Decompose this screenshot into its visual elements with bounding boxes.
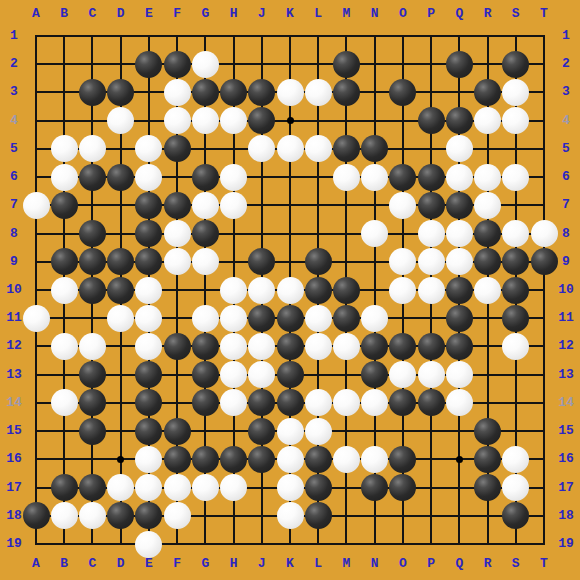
stone-black-D9[interactable] bbox=[107, 248, 134, 275]
stone-white-K18[interactable] bbox=[277, 502, 304, 529]
stone-white-J12[interactable] bbox=[248, 333, 275, 360]
row-label-left-5: 5 bbox=[1, 141, 27, 157]
stone-white-L5[interactable] bbox=[305, 135, 332, 162]
stone-black-L16[interactable] bbox=[305, 446, 332, 473]
stone-black-J15[interactable] bbox=[248, 418, 275, 445]
stone-white-E12[interactable] bbox=[135, 333, 162, 360]
stone-white-P8[interactable] bbox=[418, 220, 445, 247]
row-label-right-16: 16 bbox=[553, 451, 579, 467]
column-label-top-G: G bbox=[192, 6, 218, 22]
stone-white-F8[interactable] bbox=[164, 220, 191, 247]
stone-black-M2[interactable] bbox=[333, 51, 360, 78]
star-point-K4 bbox=[287, 117, 294, 124]
column-label-bottom-J: J bbox=[249, 556, 275, 572]
column-label-top-C: C bbox=[79, 6, 105, 22]
column-label-bottom-G: G bbox=[192, 556, 218, 572]
stone-black-Q11[interactable] bbox=[446, 305, 473, 332]
stone-white-G2[interactable] bbox=[192, 51, 219, 78]
stone-white-L14[interactable] bbox=[305, 389, 332, 416]
stone-black-E8[interactable] bbox=[135, 220, 162, 247]
stone-black-O6[interactable] bbox=[389, 164, 416, 191]
stone-white-F18[interactable] bbox=[164, 502, 191, 529]
column-label-bottom-O: O bbox=[390, 556, 416, 572]
stone-white-B5[interactable] bbox=[51, 135, 78, 162]
stone-black-J11[interactable] bbox=[248, 305, 275, 332]
stone-black-F5[interactable] bbox=[164, 135, 191, 162]
stone-white-M6[interactable] bbox=[333, 164, 360, 191]
star-point-D16 bbox=[117, 456, 124, 463]
stone-black-L17[interactable] bbox=[305, 474, 332, 501]
stone-black-P4[interactable] bbox=[418, 107, 445, 134]
stone-black-C17[interactable] bbox=[79, 474, 106, 501]
stone-black-B9[interactable] bbox=[51, 248, 78, 275]
stone-white-L12[interactable] bbox=[305, 333, 332, 360]
stone-black-E9[interactable] bbox=[135, 248, 162, 275]
row-label-left-14: 14 bbox=[1, 395, 27, 411]
stone-black-P7[interactable] bbox=[418, 192, 445, 219]
row-label-right-13: 13 bbox=[553, 367, 579, 383]
row-label-right-1: 1 bbox=[553, 28, 579, 44]
stone-black-N12[interactable] bbox=[361, 333, 388, 360]
stone-black-S11[interactable] bbox=[502, 305, 529, 332]
stone-black-N17[interactable] bbox=[361, 474, 388, 501]
row-label-right-12: 12 bbox=[553, 338, 579, 354]
stone-black-M10[interactable] bbox=[333, 277, 360, 304]
stone-black-B7[interactable] bbox=[51, 192, 78, 219]
stone-white-H4[interactable] bbox=[220, 107, 247, 134]
stone-white-Q6[interactable] bbox=[446, 164, 473, 191]
stone-white-H14[interactable] bbox=[220, 389, 247, 416]
row-label-right-10: 10 bbox=[553, 282, 579, 298]
stone-white-B14[interactable] bbox=[51, 389, 78, 416]
row-label-left-15: 15 bbox=[1, 423, 27, 439]
stone-black-G13[interactable] bbox=[192, 361, 219, 388]
column-label-top-R: R bbox=[475, 6, 501, 22]
column-label-bottom-B: B bbox=[51, 556, 77, 572]
row-label-left-13: 13 bbox=[1, 367, 27, 383]
stone-black-P6[interactable] bbox=[418, 164, 445, 191]
stone-black-G12[interactable] bbox=[192, 333, 219, 360]
column-label-top-F: F bbox=[164, 6, 190, 22]
stone-black-S18[interactable] bbox=[502, 502, 529, 529]
row-label-left-4: 4 bbox=[1, 113, 27, 129]
stone-white-D4[interactable] bbox=[107, 107, 134, 134]
stone-white-O7[interactable] bbox=[389, 192, 416, 219]
stone-black-C9[interactable] bbox=[79, 248, 106, 275]
stone-black-Q7[interactable] bbox=[446, 192, 473, 219]
stone-white-O10[interactable] bbox=[389, 277, 416, 304]
stone-black-S10[interactable] bbox=[502, 277, 529, 304]
stone-black-R17[interactable] bbox=[474, 474, 501, 501]
stone-white-S17[interactable] bbox=[502, 474, 529, 501]
stone-black-J4[interactable] bbox=[248, 107, 275, 134]
column-label-bottom-T: T bbox=[531, 556, 557, 572]
stone-white-H7[interactable] bbox=[220, 192, 247, 219]
row-label-left-17: 17 bbox=[1, 480, 27, 496]
row-label-left-16: 16 bbox=[1, 451, 27, 467]
column-label-bottom-Q: Q bbox=[446, 556, 472, 572]
stone-white-N14[interactable] bbox=[361, 389, 388, 416]
stone-white-C12[interactable] bbox=[79, 333, 106, 360]
stone-black-N13[interactable] bbox=[361, 361, 388, 388]
stone-white-G11[interactable] bbox=[192, 305, 219, 332]
stone-black-Q2[interactable] bbox=[446, 51, 473, 78]
stone-black-Q10[interactable] bbox=[446, 277, 473, 304]
row-label-right-14: 14 bbox=[553, 395, 579, 411]
row-label-right-2: 2 bbox=[553, 56, 579, 72]
stone-black-F12[interactable] bbox=[164, 333, 191, 360]
row-label-right-6: 6 bbox=[553, 169, 579, 185]
row-label-right-7: 7 bbox=[553, 197, 579, 213]
stone-white-Q9[interactable] bbox=[446, 248, 473, 275]
stone-black-K14[interactable] bbox=[277, 389, 304, 416]
column-label-top-E: E bbox=[136, 6, 162, 22]
column-label-top-P: P bbox=[418, 6, 444, 22]
row-label-right-11: 11 bbox=[553, 310, 579, 326]
stone-black-S9[interactable] bbox=[502, 248, 529, 275]
column-label-bottom-L: L bbox=[305, 556, 331, 572]
stone-black-J16[interactable] bbox=[248, 446, 275, 473]
stone-black-E7[interactable] bbox=[135, 192, 162, 219]
stone-white-G7[interactable] bbox=[192, 192, 219, 219]
column-label-top-A: A bbox=[23, 6, 49, 22]
column-label-top-T: T bbox=[531, 6, 557, 22]
stone-black-M11[interactable] bbox=[333, 305, 360, 332]
row-label-left-1: 1 bbox=[1, 28, 27, 44]
stone-black-C10[interactable] bbox=[79, 277, 106, 304]
stone-black-O17[interactable] bbox=[389, 474, 416, 501]
stone-black-E2[interactable] bbox=[135, 51, 162, 78]
stone-white-A11[interactable] bbox=[23, 305, 50, 332]
stone-white-R4[interactable] bbox=[474, 107, 501, 134]
stone-black-C13[interactable] bbox=[79, 361, 106, 388]
stone-black-E18[interactable] bbox=[135, 502, 162, 529]
stone-white-Q14[interactable] bbox=[446, 389, 473, 416]
stone-white-T8[interactable] bbox=[531, 220, 558, 247]
stone-black-N5[interactable] bbox=[361, 135, 388, 162]
stone-white-K16[interactable] bbox=[277, 446, 304, 473]
stone-black-M3[interactable] bbox=[333, 79, 360, 106]
stone-white-K15[interactable] bbox=[277, 418, 304, 445]
stone-white-E6[interactable] bbox=[135, 164, 162, 191]
column-label-top-J: J bbox=[249, 6, 275, 22]
stone-white-P9[interactable] bbox=[418, 248, 445, 275]
column-label-bottom-P: P bbox=[418, 556, 444, 572]
stone-black-K12[interactable] bbox=[277, 333, 304, 360]
stone-white-K10[interactable] bbox=[277, 277, 304, 304]
stone-white-S12[interactable] bbox=[502, 333, 529, 360]
stone-black-O14[interactable] bbox=[389, 389, 416, 416]
stone-black-Q4[interactable] bbox=[446, 107, 473, 134]
stone-white-D17[interactable] bbox=[107, 474, 134, 501]
column-label-bottom-R: R bbox=[475, 556, 501, 572]
stone-white-B10[interactable] bbox=[51, 277, 78, 304]
stone-black-J9[interactable] bbox=[248, 248, 275, 275]
row-label-left-12: 12 bbox=[1, 338, 27, 354]
stone-white-C5[interactable] bbox=[79, 135, 106, 162]
stone-white-S3[interactable] bbox=[502, 79, 529, 106]
stone-black-F16[interactable] bbox=[164, 446, 191, 473]
stone-black-O16[interactable] bbox=[389, 446, 416, 473]
stone-white-E17[interactable] bbox=[135, 474, 162, 501]
stone-black-K11[interactable] bbox=[277, 305, 304, 332]
row-label-right-19: 19 bbox=[553, 536, 579, 552]
stone-white-M12[interactable] bbox=[333, 333, 360, 360]
row-label-right-17: 17 bbox=[553, 480, 579, 496]
stone-white-L3[interactable] bbox=[305, 79, 332, 106]
stone-white-F17[interactable] bbox=[164, 474, 191, 501]
stone-white-M14[interactable] bbox=[333, 389, 360, 416]
stone-white-A7[interactable] bbox=[23, 192, 50, 219]
row-label-left-9: 9 bbox=[1, 254, 27, 270]
stone-white-Q13[interactable] bbox=[446, 361, 473, 388]
row-label-left-6: 6 bbox=[1, 169, 27, 185]
stone-black-G14[interactable] bbox=[192, 389, 219, 416]
stone-white-N6[interactable] bbox=[361, 164, 388, 191]
column-label-top-L: L bbox=[305, 6, 331, 22]
column-label-top-O: O bbox=[390, 6, 416, 22]
stone-black-F7[interactable] bbox=[164, 192, 191, 219]
column-label-top-S: S bbox=[503, 6, 529, 22]
stone-white-H11[interactable] bbox=[220, 305, 247, 332]
star-point-Q16 bbox=[456, 456, 463, 463]
stone-black-R8[interactable] bbox=[474, 220, 501, 247]
row-label-right-15: 15 bbox=[553, 423, 579, 439]
stone-black-G6[interactable] bbox=[192, 164, 219, 191]
stone-white-B18[interactable] bbox=[51, 502, 78, 529]
stone-white-R6[interactable] bbox=[474, 164, 501, 191]
stone-white-E11[interactable] bbox=[135, 305, 162, 332]
go-board[interactable]: AABBCCDDEEFFGGHHJJKKLLMMNNOOPPQQRRSSTT11… bbox=[0, 0, 580, 580]
stone-white-K17[interactable] bbox=[277, 474, 304, 501]
stone-black-E15[interactable] bbox=[135, 418, 162, 445]
stone-white-H13[interactable] bbox=[220, 361, 247, 388]
stone-black-H16[interactable] bbox=[220, 446, 247, 473]
stone-black-D6[interactable] bbox=[107, 164, 134, 191]
stone-black-C8[interactable] bbox=[79, 220, 106, 247]
stone-white-O9[interactable] bbox=[389, 248, 416, 275]
stone-white-N16[interactable] bbox=[361, 446, 388, 473]
column-label-bottom-C: C bbox=[79, 556, 105, 572]
stone-white-H17[interactable] bbox=[220, 474, 247, 501]
stone-white-D11[interactable] bbox=[107, 305, 134, 332]
stone-white-Q8[interactable] bbox=[446, 220, 473, 247]
stone-white-J13[interactable] bbox=[248, 361, 275, 388]
stone-black-D10[interactable] bbox=[107, 277, 134, 304]
column-label-bottom-E: E bbox=[136, 556, 162, 572]
stone-white-J5[interactable] bbox=[248, 135, 275, 162]
column-label-bottom-S: S bbox=[503, 556, 529, 572]
grid-line-horizontal bbox=[35, 543, 545, 545]
row-label-right-3: 3 bbox=[553, 84, 579, 100]
stone-white-B12[interactable] bbox=[51, 333, 78, 360]
column-label-top-H: H bbox=[221, 6, 247, 22]
stone-white-S8[interactable] bbox=[502, 220, 529, 247]
row-label-right-4: 4 bbox=[553, 113, 579, 129]
stone-black-G16[interactable] bbox=[192, 446, 219, 473]
column-label-top-B: B bbox=[51, 6, 77, 22]
stone-black-R3[interactable] bbox=[474, 79, 501, 106]
stone-white-E10[interactable] bbox=[135, 277, 162, 304]
stone-black-H3[interactable] bbox=[220, 79, 247, 106]
stone-black-E14[interactable] bbox=[135, 389, 162, 416]
stone-white-R10[interactable] bbox=[474, 277, 501, 304]
column-label-bottom-A: A bbox=[23, 556, 49, 572]
row-label-right-18: 18 bbox=[553, 508, 579, 524]
stone-black-C15[interactable] bbox=[79, 418, 106, 445]
column-label-bottom-D: D bbox=[108, 556, 134, 572]
stone-black-E13[interactable] bbox=[135, 361, 162, 388]
stone-white-H6[interactable] bbox=[220, 164, 247, 191]
stone-black-K13[interactable] bbox=[277, 361, 304, 388]
stone-white-N8[interactable] bbox=[361, 220, 388, 247]
stone-white-G4[interactable] bbox=[192, 107, 219, 134]
column-label-top-Q: Q bbox=[446, 6, 472, 22]
stone-white-C18[interactable] bbox=[79, 502, 106, 529]
stone-white-N11[interactable] bbox=[361, 305, 388, 332]
row-label-left-19: 19 bbox=[1, 536, 27, 552]
row-label-left-2: 2 bbox=[1, 56, 27, 72]
column-label-bottom-M: M bbox=[333, 556, 359, 572]
stone-black-R9[interactable] bbox=[474, 248, 501, 275]
column-label-top-N: N bbox=[362, 6, 388, 22]
stone-white-Q5[interactable] bbox=[446, 135, 473, 162]
stone-white-L11[interactable] bbox=[305, 305, 332, 332]
stone-black-L10[interactable] bbox=[305, 277, 332, 304]
stone-black-O12[interactable] bbox=[389, 333, 416, 360]
stone-black-Q12[interactable] bbox=[446, 333, 473, 360]
stone-white-S4[interactable] bbox=[502, 107, 529, 134]
stone-white-K5[interactable] bbox=[277, 135, 304, 162]
column-label-bottom-K: K bbox=[277, 556, 303, 572]
stone-white-P10[interactable] bbox=[418, 277, 445, 304]
column-label-bottom-F: F bbox=[164, 556, 190, 572]
stone-black-F15[interactable] bbox=[164, 418, 191, 445]
stone-black-F2[interactable] bbox=[164, 51, 191, 78]
grid-line-vertical bbox=[543, 35, 545, 545]
column-label-top-M: M bbox=[333, 6, 359, 22]
stone-white-K3[interactable] bbox=[277, 79, 304, 106]
stone-white-J10[interactable] bbox=[248, 277, 275, 304]
stone-black-G3[interactable] bbox=[192, 79, 219, 106]
row-label-left-10: 10 bbox=[1, 282, 27, 298]
stone-black-C3[interactable] bbox=[79, 79, 106, 106]
stone-black-G8[interactable] bbox=[192, 220, 219, 247]
stone-white-R7[interactable] bbox=[474, 192, 501, 219]
stone-black-A18[interactable] bbox=[23, 502, 50, 529]
stone-black-S2[interactable] bbox=[502, 51, 529, 78]
row-label-right-5: 5 bbox=[553, 141, 579, 157]
stone-white-O13[interactable] bbox=[389, 361, 416, 388]
stone-black-D18[interactable] bbox=[107, 502, 134, 529]
stone-white-E16[interactable] bbox=[135, 446, 162, 473]
column-label-top-K: K bbox=[277, 6, 303, 22]
stone-black-T9[interactable] bbox=[531, 248, 558, 275]
stone-black-C14[interactable] bbox=[79, 389, 106, 416]
stone-black-J14[interactable] bbox=[248, 389, 275, 416]
column-label-bottom-N: N bbox=[362, 556, 388, 572]
stone-black-R15[interactable] bbox=[474, 418, 501, 445]
stone-black-P12[interactable] bbox=[418, 333, 445, 360]
stone-white-E19[interactable] bbox=[135, 531, 162, 558]
stone-white-P13[interactable] bbox=[418, 361, 445, 388]
column-label-top-D: D bbox=[108, 6, 134, 22]
stone-black-O3[interactable] bbox=[389, 79, 416, 106]
stone-white-S6[interactable] bbox=[502, 164, 529, 191]
stone-black-J3[interactable] bbox=[248, 79, 275, 106]
stone-white-E5[interactable] bbox=[135, 135, 162, 162]
stone-black-L9[interactable] bbox=[305, 248, 332, 275]
stone-white-F9[interactable] bbox=[164, 248, 191, 275]
stone-white-G9[interactable] bbox=[192, 248, 219, 275]
stone-white-M16[interactable] bbox=[333, 446, 360, 473]
stone-white-G17[interactable] bbox=[192, 474, 219, 501]
stone-white-L15[interactable] bbox=[305, 418, 332, 445]
stone-white-B6[interactable] bbox=[51, 164, 78, 191]
stone-black-P14[interactable] bbox=[418, 389, 445, 416]
column-label-bottom-H: H bbox=[221, 556, 247, 572]
stone-black-R16[interactable] bbox=[474, 446, 501, 473]
stone-white-S16[interactable] bbox=[502, 446, 529, 473]
stone-white-H10[interactable] bbox=[220, 277, 247, 304]
stone-black-C6[interactable] bbox=[79, 164, 106, 191]
stone-white-H12[interactable] bbox=[220, 333, 247, 360]
stone-white-F3[interactable] bbox=[164, 79, 191, 106]
stone-black-M5[interactable] bbox=[333, 135, 360, 162]
row-label-left-8: 8 bbox=[1, 226, 27, 242]
stone-black-L18[interactable] bbox=[305, 502, 332, 529]
stone-black-D3[interactable] bbox=[107, 79, 134, 106]
stone-white-F4[interactable] bbox=[164, 107, 191, 134]
stone-black-B17[interactable] bbox=[51, 474, 78, 501]
row-label-left-3: 3 bbox=[1, 84, 27, 100]
